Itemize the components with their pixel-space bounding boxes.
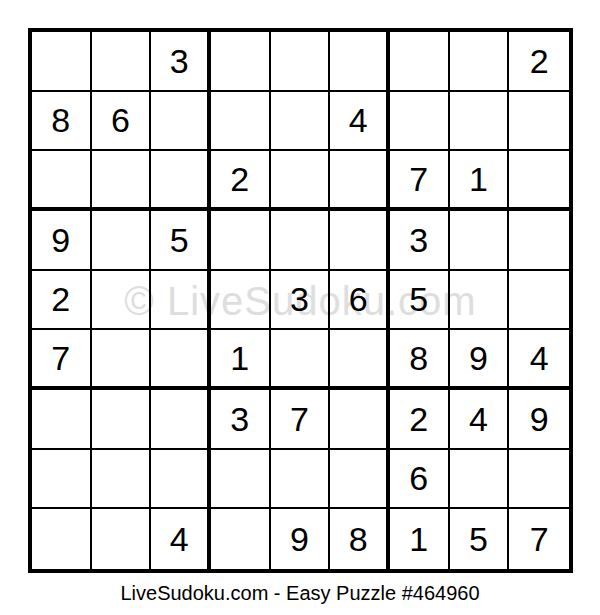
cell-r4c7: 3 [390,211,450,271]
cell-r4c4[interactable] [211,211,271,271]
cell-r2c3[interactable] [151,92,211,152]
cell-r6c1: 7 [32,330,92,390]
cell-r4c9[interactable] [509,211,569,271]
cell-r1c1[interactable] [32,32,92,92]
cell-r3c3[interactable] [151,151,211,211]
cell-r3c4: 2 [211,151,271,211]
cell-r7c9: 9 [509,390,569,450]
cell-r2c5[interactable] [271,92,331,152]
cell-r7c1[interactable] [32,390,92,450]
cell-r1c9: 2 [509,32,569,92]
cell-r9c3: 4 [151,509,211,569]
cell-r5c7: 5 [390,271,450,331]
cell-r5c6: 6 [330,271,390,331]
cell-r2c7[interactable] [390,92,450,152]
cell-r7c7: 2 [390,390,450,450]
cell-r5c5: 3 [271,271,331,331]
cell-r5c1: 2 [32,271,92,331]
puzzle-caption: LiveSudoku.com - Easy Puzzle #464960 [0,582,600,605]
cell-r7c8: 4 [450,390,510,450]
cell-r1c4[interactable] [211,32,271,92]
cell-r9c6: 8 [330,509,390,569]
cell-r5c2[interactable] [92,271,152,331]
cell-r4c5[interactable] [271,211,331,271]
cell-r7c4: 3 [211,390,271,450]
cell-r1c7[interactable] [390,32,450,92]
sudoku-board: © LiveSudoku.com 32864271953236571894372… [28,28,573,573]
cell-r3c6[interactable] [330,151,390,211]
cell-r2c1: 8 [32,92,92,152]
cell-r8c1[interactable] [32,450,92,510]
cell-r9c2[interactable] [92,509,152,569]
cell-r1c3: 3 [151,32,211,92]
cell-r7c6[interactable] [330,390,390,450]
cell-r5c8[interactable] [450,271,510,331]
cell-r7c2[interactable] [92,390,152,450]
cell-r5c3[interactable] [151,271,211,331]
cell-r6c7: 8 [390,330,450,390]
cell-r5c4[interactable] [211,271,271,331]
cell-r4c2[interactable] [92,211,152,271]
cell-r6c9: 4 [509,330,569,390]
cell-r2c2: 6 [92,92,152,152]
cell-r9c5: 9 [271,509,331,569]
cell-r5c9[interactable] [509,271,569,331]
cell-r8c8[interactable] [450,450,510,510]
cell-r9c4[interactable] [211,509,271,569]
cell-r7c3[interactable] [151,390,211,450]
cell-r6c3[interactable] [151,330,211,390]
cell-r2c6: 4 [330,92,390,152]
cell-r1c8[interactable] [450,32,510,92]
cell-r8c6[interactable] [330,450,390,510]
cell-r8c5[interactable] [271,450,331,510]
cell-r8c4[interactable] [211,450,271,510]
cell-r4c8[interactable] [450,211,510,271]
cell-r4c6[interactable] [330,211,390,271]
cell-r6c6[interactable] [330,330,390,390]
cell-r1c5[interactable] [271,32,331,92]
cell-r9c9: 7 [509,509,569,569]
cell-r4c3: 5 [151,211,211,271]
cell-r8c3[interactable] [151,450,211,510]
cell-r2c9[interactable] [509,92,569,152]
cell-r3c8: 1 [450,151,510,211]
cell-r1c2[interactable] [92,32,152,92]
cell-r3c2[interactable] [92,151,152,211]
cell-r4c1: 9 [32,211,92,271]
cell-r9c8: 5 [450,509,510,569]
cell-r2c8[interactable] [450,92,510,152]
cell-r3c5[interactable] [271,151,331,211]
cell-r8c9[interactable] [509,450,569,510]
cell-r3c9[interactable] [509,151,569,211]
cell-r2c4[interactable] [211,92,271,152]
cell-r8c2[interactable] [92,450,152,510]
cell-r3c1[interactable] [32,151,92,211]
cell-r9c7: 1 [390,509,450,569]
cell-r1c6[interactable] [330,32,390,92]
cell-r8c7: 6 [390,450,450,510]
cell-r6c2[interactable] [92,330,152,390]
cell-r6c4: 1 [211,330,271,390]
cell-r7c5: 7 [271,390,331,450]
cell-r3c7: 7 [390,151,450,211]
cell-r9c1[interactable] [32,509,92,569]
cell-r6c8: 9 [450,330,510,390]
cell-r6c5[interactable] [271,330,331,390]
